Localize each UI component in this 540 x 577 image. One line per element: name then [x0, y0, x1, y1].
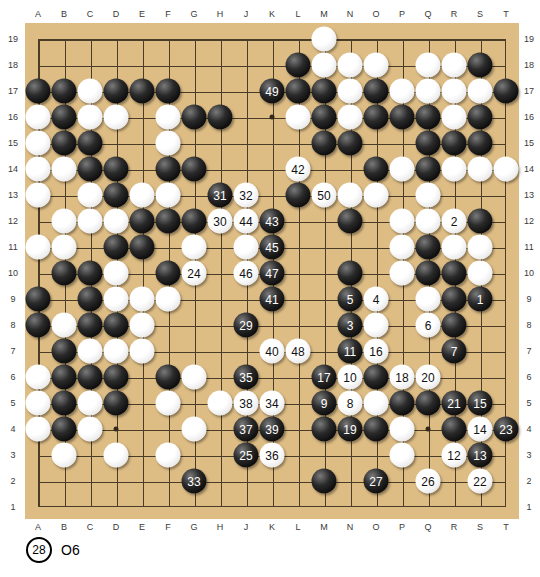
col-label-bottom-K: K — [262, 522, 282, 532]
stone-white-S11[interactable] — [468, 235, 493, 260]
stone-white-J10-move-46[interactable]: 46 — [234, 261, 259, 286]
stone-black-H13-move-31[interactable]: 31 — [208, 183, 233, 208]
row-label-left-17: 17 — [3, 86, 23, 96]
col-label-bottom-P: P — [392, 522, 412, 532]
star-point — [114, 427, 119, 432]
stone-black-A9[interactable] — [26, 287, 51, 312]
stone-white-Q18[interactable] — [416, 53, 441, 78]
col-label-top-D: D — [106, 9, 126, 19]
stone-black-D11[interactable] — [104, 235, 129, 260]
stone-black-C10[interactable] — [78, 261, 103, 286]
stone-black-Q5[interactable] — [416, 391, 441, 416]
stone-black-N9-move-5[interactable]: 5 — [338, 287, 363, 312]
stone-white-Q17[interactable] — [416, 79, 441, 104]
stone-white-R17[interactable] — [442, 79, 467, 104]
stone-black-A17[interactable] — [26, 79, 51, 104]
col-label-bottom-H: H — [210, 522, 230, 532]
col-label-bottom-O: O — [366, 522, 386, 532]
stone-white-E8[interactable] — [130, 313, 155, 338]
col-label-bottom-N: N — [340, 522, 360, 532]
stone-white-C16[interactable] — [78, 105, 103, 130]
stone-white-B12[interactable] — [52, 209, 77, 234]
stone-white-N18[interactable] — [338, 53, 363, 78]
row-label-right-6: 6 — [519, 372, 539, 382]
stone-white-C7[interactable] — [78, 339, 103, 364]
stone-black-K12-move-43[interactable]: 43 — [260, 209, 285, 234]
stone-black-Q10[interactable] — [416, 261, 441, 286]
stone-black-F12[interactable] — [156, 209, 181, 234]
col-label-top-J: J — [236, 9, 256, 19]
stone-black-B17[interactable] — [52, 79, 77, 104]
col-label-bottom-F: F — [158, 522, 178, 532]
stone-white-L16[interactable] — [286, 105, 311, 130]
go-diagram-page: 4942313250304443245244647415412936404811… — [0, 0, 540, 577]
stone-white-J5-move-38[interactable]: 38 — [234, 391, 259, 416]
stone-white-D9[interactable] — [104, 287, 129, 312]
stone-black-M5-move-9[interactable]: 9 — [312, 391, 337, 416]
row-label-left-4: 4 — [3, 424, 23, 434]
stone-black-K4-move-39[interactable]: 39 — [260, 417, 285, 442]
stone-white-O9-move-4[interactable]: 4 — [364, 287, 389, 312]
row-label-left-14: 14 — [3, 164, 23, 174]
stone-white-R18[interactable] — [442, 53, 467, 78]
stone-black-M16[interactable] — [312, 105, 337, 130]
stone-black-N10[interactable] — [338, 261, 363, 286]
stone-black-O6[interactable] — [364, 365, 389, 390]
row-label-left-10: 10 — [3, 268, 23, 278]
col-label-top-L: L — [288, 9, 308, 19]
col-label-top-R: R — [444, 9, 464, 19]
stone-black-B5[interactable] — [52, 391, 77, 416]
row-label-left-12: 12 — [3, 216, 23, 226]
stone-white-Q8-move-6[interactable]: 6 — [416, 313, 441, 338]
stone-white-K5-move-34[interactable]: 34 — [260, 391, 285, 416]
row-label-right-15: 15 — [519, 138, 539, 148]
stone-black-K9-move-41[interactable]: 41 — [260, 287, 285, 312]
col-label-bottom-Q: Q — [418, 522, 438, 532]
stone-white-J11[interactable] — [234, 235, 259, 260]
row-label-right-17: 17 — [519, 86, 539, 96]
row-label-right-14: 14 — [519, 164, 539, 174]
stone-black-B15[interactable] — [52, 131, 77, 156]
stone-white-O7-move-16[interactable]: 16 — [364, 339, 389, 364]
stone-black-M6-move-17[interactable]: 17 — [312, 365, 337, 390]
stone-white-K7-move-40[interactable]: 40 — [260, 339, 285, 364]
stone-white-A11[interactable] — [26, 235, 51, 260]
stone-white-S17[interactable] — [468, 79, 493, 104]
stone-black-A8[interactable] — [26, 313, 51, 338]
stone-black-M2[interactable] — [312, 469, 337, 494]
row-label-left-5: 5 — [3, 398, 23, 408]
stone-black-N12[interactable] — [338, 209, 363, 234]
stone-white-C12[interactable] — [78, 209, 103, 234]
stone-black-L17[interactable] — [286, 79, 311, 104]
stone-black-S18[interactable] — [468, 53, 493, 78]
stone-white-E13[interactable] — [130, 183, 155, 208]
stone-black-L13[interactable] — [286, 183, 311, 208]
stone-black-S16[interactable] — [468, 105, 493, 130]
stone-black-K17-move-49[interactable]: 49 — [260, 79, 285, 104]
col-label-top-O: O — [366, 9, 386, 19]
stone-black-C14[interactable] — [78, 157, 103, 182]
stone-white-G11[interactable] — [182, 235, 207, 260]
stone-black-B4[interactable] — [52, 417, 77, 442]
stone-white-P14[interactable] — [390, 157, 415, 182]
stone-white-Q13[interactable] — [416, 183, 441, 208]
row-label-left-2: 2 — [3, 476, 23, 486]
stone-black-P5[interactable] — [390, 391, 415, 416]
stone-black-J6-move-35[interactable]: 35 — [234, 365, 259, 390]
stone-white-M19[interactable] — [312, 27, 337, 52]
stone-black-K10-move-47[interactable]: 47 — [260, 261, 285, 286]
stone-white-R11[interactable] — [442, 235, 467, 260]
stone-white-O18[interactable] — [364, 53, 389, 78]
stone-black-K11-move-45[interactable]: 45 — [260, 235, 285, 260]
stone-white-L14-move-42[interactable]: 42 — [286, 157, 311, 182]
col-label-bottom-L: L — [288, 522, 308, 532]
stone-white-S14[interactable] — [468, 157, 493, 182]
stone-black-N7-move-11[interactable]: 11 — [338, 339, 363, 364]
star-point — [270, 115, 275, 120]
stone-white-G10-move-24[interactable]: 24 — [182, 261, 207, 286]
col-label-bottom-J: J — [236, 522, 256, 532]
stone-white-D7[interactable] — [104, 339, 129, 364]
stone-black-H16[interactable] — [208, 105, 233, 130]
stone-black-B10[interactable] — [52, 261, 77, 286]
row-label-left-15: 15 — [3, 138, 23, 148]
stone-white-B8[interactable] — [52, 313, 77, 338]
stone-white-Q12[interactable] — [416, 209, 441, 234]
row-label-right-4: 4 — [519, 424, 539, 434]
stone-black-E11[interactable] — [130, 235, 155, 260]
stone-black-F10[interactable] — [156, 261, 181, 286]
stone-white-J12-move-44[interactable]: 44 — [234, 209, 259, 234]
col-label-top-S: S — [470, 9, 490, 19]
row-label-left-9: 9 — [3, 294, 23, 304]
stone-white-F5[interactable] — [156, 391, 181, 416]
stone-white-M13-move-50[interactable]: 50 — [312, 183, 337, 208]
stone-white-P12[interactable] — [390, 209, 415, 234]
stone-white-R3-move-12[interactable]: 12 — [442, 443, 467, 468]
stone-white-Q9[interactable] — [416, 287, 441, 312]
stone-black-S3-move-13[interactable]: 13 — [468, 443, 493, 468]
stone-black-F14[interactable] — [156, 157, 181, 182]
row-label-left-6: 6 — [3, 372, 23, 382]
stone-black-M17[interactable] — [312, 79, 337, 104]
star-point — [426, 427, 431, 432]
stone-white-A4[interactable] — [26, 417, 51, 442]
row-label-right-10: 10 — [519, 268, 539, 278]
stone-black-C6[interactable] — [78, 365, 103, 390]
stone-black-T17[interactable] — [494, 79, 519, 104]
stone-white-O5[interactable] — [364, 391, 389, 416]
stone-black-O14[interactable] — [364, 157, 389, 182]
col-label-top-C: C — [80, 9, 100, 19]
stone-white-O8[interactable] — [364, 313, 389, 338]
stone-black-Q14[interactable] — [416, 157, 441, 182]
stone-white-D12[interactable] — [104, 209, 129, 234]
stone-black-B16[interactable] — [52, 105, 77, 130]
col-label-top-E: E — [132, 9, 152, 19]
stone-black-Q16[interactable] — [416, 105, 441, 130]
stone-black-R9[interactable] — [442, 287, 467, 312]
stone-white-C17[interactable] — [78, 79, 103, 104]
stone-white-H12-move-30[interactable]: 30 — [208, 209, 233, 234]
row-label-right-1: 1 — [519, 502, 539, 512]
stone-white-F3[interactable] — [156, 443, 181, 468]
col-label-bottom-A: A — [28, 522, 48, 532]
row-label-left-3: 3 — [3, 450, 23, 460]
stone-white-M18[interactable] — [312, 53, 337, 78]
stone-white-P11[interactable] — [390, 235, 415, 260]
stone-white-D16[interactable] — [104, 105, 129, 130]
stone-black-D13[interactable] — [104, 183, 129, 208]
stone-white-N6-move-10[interactable]: 10 — [338, 365, 363, 390]
stone-white-G6[interactable] — [182, 365, 207, 390]
row-label-left-8: 8 — [3, 320, 23, 330]
row-label-left-7: 7 — [3, 346, 23, 356]
stone-white-C13[interactable] — [78, 183, 103, 208]
stone-white-B11[interactable] — [52, 235, 77, 260]
col-label-top-P: P — [392, 9, 412, 19]
row-label-right-12: 12 — [519, 216, 539, 226]
stone-black-J8-move-29[interactable]: 29 — [234, 313, 259, 338]
row-label-right-13: 13 — [519, 190, 539, 200]
col-label-bottom-M: M — [314, 522, 334, 532]
stone-black-E17[interactable] — [130, 79, 155, 104]
stone-white-A5[interactable] — [26, 391, 51, 416]
stone-black-D5[interactable] — [104, 391, 129, 416]
row-label-right-18: 18 — [519, 60, 539, 70]
row-label-left-19: 19 — [3, 34, 23, 44]
col-label-top-Q: Q — [418, 9, 438, 19]
stone-black-R4[interactable] — [442, 417, 467, 442]
col-label-top-B: B — [54, 9, 74, 19]
stone-black-L18[interactable] — [286, 53, 311, 78]
row-label-left-1: 1 — [3, 502, 23, 512]
stone-white-O13[interactable] — [364, 183, 389, 208]
stone-black-P16[interactable] — [390, 105, 415, 130]
stone-white-S2-move-22[interactable]: 22 — [468, 469, 493, 494]
stone-black-D8[interactable] — [104, 313, 129, 338]
stone-black-F6[interactable] — [156, 365, 181, 390]
stone-white-P3[interactable] — [390, 443, 415, 468]
stone-black-F17[interactable] — [156, 79, 181, 104]
stone-black-J4-move-37[interactable]: 37 — [234, 417, 259, 442]
col-label-bottom-S: S — [470, 522, 490, 532]
stone-black-T4-move-23[interactable]: 23 — [494, 417, 519, 442]
stone-white-G4[interactable] — [182, 417, 207, 442]
stone-black-D17[interactable] — [104, 79, 129, 104]
stone-white-D3[interactable] — [104, 443, 129, 468]
col-label-top-T: T — [496, 9, 516, 19]
row-label-left-16: 16 — [3, 112, 23, 122]
stone-black-G2-move-33[interactable]: 33 — [182, 469, 207, 494]
stone-white-F15[interactable] — [156, 131, 181, 156]
go-board[interactable]: 4942313250304443245244647415412936404811… — [25, 23, 519, 519]
stone-white-A15[interactable] — [26, 131, 51, 156]
move-number-circle: 28 — [26, 537, 52, 563]
stone-white-A16[interactable] — [26, 105, 51, 130]
stone-white-A14[interactable] — [26, 157, 51, 182]
move-caption: 28 O6 — [26, 537, 80, 563]
stone-black-J3-move-25[interactable]: 25 — [234, 443, 259, 468]
stone-white-K3-move-36[interactable]: 36 — [260, 443, 285, 468]
col-label-bottom-B: B — [54, 522, 74, 532]
stone-black-O17[interactable] — [364, 79, 389, 104]
col-label-top-K: K — [262, 9, 282, 19]
stone-white-D10[interactable] — [104, 261, 129, 286]
stone-white-R14[interactable] — [442, 157, 467, 182]
stone-black-G12[interactable] — [182, 209, 207, 234]
stone-black-Q11[interactable] — [416, 235, 441, 260]
stone-black-C15[interactable] — [78, 131, 103, 156]
stone-white-F9[interactable] — [156, 287, 181, 312]
col-label-top-N: N — [340, 9, 360, 19]
stone-white-F13[interactable] — [156, 183, 181, 208]
stone-white-Q6-move-20[interactable]: 20 — [416, 365, 441, 390]
stone-black-R10[interactable] — [442, 261, 467, 286]
stone-white-N13[interactable] — [338, 183, 363, 208]
stone-black-S15[interactable] — [468, 131, 493, 156]
stone-white-S4-move-14[interactable]: 14 — [468, 417, 493, 442]
row-label-right-2: 2 — [519, 476, 539, 486]
stone-black-E12[interactable] — [130, 209, 155, 234]
row-label-right-16: 16 — [519, 112, 539, 122]
stone-black-R5-move-21[interactable]: 21 — [442, 391, 467, 416]
row-label-right-19: 19 — [519, 34, 539, 44]
row-label-right-9: 9 — [519, 294, 539, 304]
stone-black-C8[interactable] — [78, 313, 103, 338]
stone-white-A6[interactable] — [26, 365, 51, 390]
col-label-top-H: H — [210, 9, 230, 19]
stone-black-N4-move-19[interactable]: 19 — [338, 417, 363, 442]
stone-black-C9[interactable] — [78, 287, 103, 312]
stone-black-S12[interactable] — [468, 209, 493, 234]
stone-white-B3[interactable] — [52, 443, 77, 468]
stone-black-M4[interactable] — [312, 417, 337, 442]
row-label-left-11: 11 — [3, 242, 23, 252]
col-label-bottom-C: C — [80, 522, 100, 532]
stone-black-R7-move-7[interactable]: 7 — [442, 339, 467, 364]
stone-white-J13-move-32[interactable]: 32 — [234, 183, 259, 208]
stone-black-B7[interactable] — [52, 339, 77, 364]
row-label-left-13: 13 — [3, 190, 23, 200]
stone-black-B6[interactable] — [52, 365, 77, 390]
col-label-top-M: M — [314, 9, 334, 19]
stone-white-P4[interactable] — [390, 417, 415, 442]
stone-white-N17[interactable] — [338, 79, 363, 104]
stone-black-G16[interactable] — [182, 105, 207, 130]
stone-white-H5[interactable] — [208, 391, 233, 416]
stone-white-Q2-move-26[interactable]: 26 — [416, 469, 441, 494]
stone-white-C4[interactable] — [78, 417, 103, 442]
move-number: 28 — [32, 543, 45, 557]
stone-white-E7[interactable] — [130, 339, 155, 364]
stone-black-D6[interactable] — [104, 365, 129, 390]
stone-white-S10[interactable] — [468, 261, 493, 286]
row-label-right-8: 8 — [519, 320, 539, 330]
stone-white-T14[interactable] — [494, 157, 519, 182]
stone-white-N16[interactable] — [338, 105, 363, 130]
col-label-bottom-G: G — [184, 522, 204, 532]
stone-white-F16[interactable] — [156, 105, 181, 130]
col-label-bottom-E: E — [132, 522, 152, 532]
stone-white-B14[interactable] — [52, 157, 77, 182]
move-coordinate: O6 — [61, 542, 80, 558]
stone-white-R12-move-2[interactable]: 2 — [442, 209, 467, 234]
stone-black-D14[interactable] — [104, 157, 129, 182]
stone-black-R8[interactable] — [442, 313, 467, 338]
stone-white-A13[interactable] — [26, 183, 51, 208]
col-label-top-G: G — [184, 9, 204, 19]
stone-black-M15[interactable] — [312, 131, 337, 156]
stone-white-C5[interactable] — [78, 391, 103, 416]
stone-black-N15[interactable] — [338, 131, 363, 156]
stone-white-L7-move-48[interactable]: 48 — [286, 339, 311, 364]
stone-black-G14[interactable] — [182, 157, 207, 182]
stone-white-N5-move-8[interactable]: 8 — [338, 391, 363, 416]
stone-black-O16[interactable] — [364, 105, 389, 130]
row-label-right-11: 11 — [519, 242, 539, 252]
stone-black-S5-move-15[interactable]: 15 — [468, 391, 493, 416]
stone-white-P10[interactable] — [390, 261, 415, 286]
stone-black-N8-move-3[interactable]: 3 — [338, 313, 363, 338]
row-label-right-5: 5 — [519, 398, 539, 408]
stone-white-R16[interactable] — [442, 105, 467, 130]
stone-black-Q15[interactable] — [416, 131, 441, 156]
stone-white-P6-move-18[interactable]: 18 — [390, 365, 415, 390]
stone-black-R15[interactable] — [442, 131, 467, 156]
col-label-bottom-R: R — [444, 522, 464, 532]
stone-black-S9-move-1[interactable]: 1 — [468, 287, 493, 312]
col-label-top-A: A — [28, 9, 48, 19]
row-label-right-3: 3 — [519, 450, 539, 460]
stone-black-O4[interactable] — [364, 417, 389, 442]
col-label-bottom-D: D — [106, 522, 126, 532]
row-label-right-7: 7 — [519, 346, 539, 356]
stone-white-E9[interactable] — [130, 287, 155, 312]
row-label-left-18: 18 — [3, 60, 23, 70]
col-label-bottom-T: T — [496, 522, 516, 532]
stone-white-P17[interactable] — [390, 79, 415, 104]
col-label-top-F: F — [158, 9, 178, 19]
stone-black-O2-move-27[interactable]: 27 — [364, 469, 389, 494]
